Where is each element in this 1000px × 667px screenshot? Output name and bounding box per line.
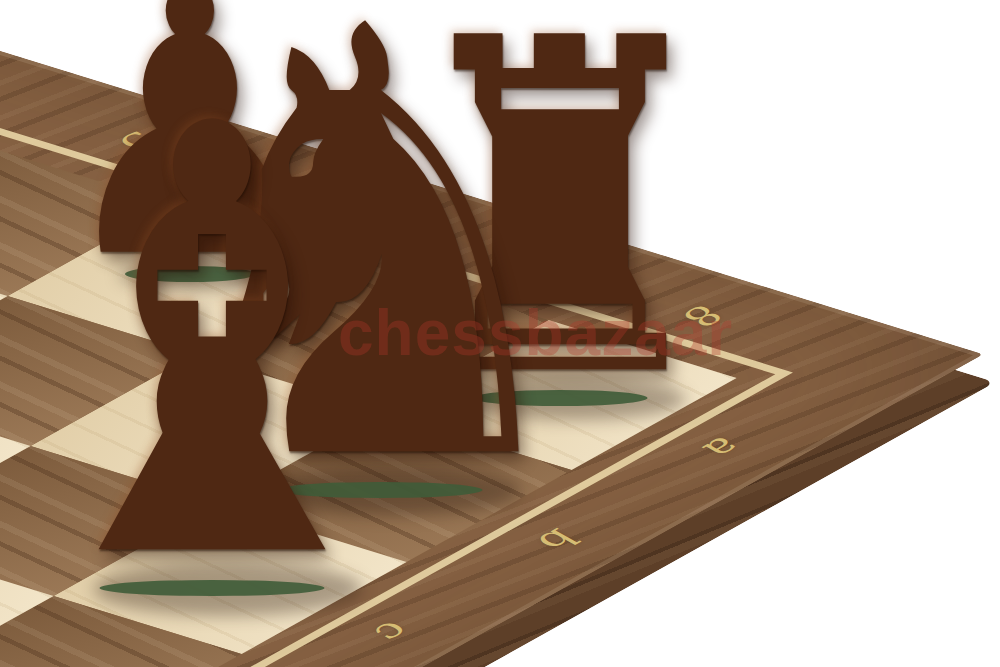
- watermark-text: chessbazaar: [338, 296, 733, 370]
- chess-product-photo: abcd8765 ♜♞♝♟ chessbazaar: [0, 0, 1000, 667]
